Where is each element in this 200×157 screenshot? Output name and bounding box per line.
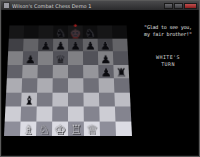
close-button[interactable] <box>184 3 197 9</box>
square-c8[interactable] <box>38 25 53 38</box>
piece-black-knight[interactable]: ♞ <box>83 27 98 39</box>
turn-indicator: WHITE'S TURN <box>135 54 200 68</box>
piece-white-king[interactable]: ♔ <box>52 123 68 137</box>
square-a6[interactable] <box>8 51 24 64</box>
square-b7[interactable] <box>23 38 38 51</box>
maximize-button[interactable] <box>174 3 183 9</box>
square-g4[interactable] <box>99 78 115 92</box>
app-icon <box>3 2 10 9</box>
side-panel: "Glad to see you, my fair brother!" WHIT… <box>135 10 200 155</box>
piece-black-pawn[interactable]: ♟ <box>23 53 38 66</box>
window-title: Wilson's Combat Chess Demo 1 <box>12 3 164 9</box>
piece-black-pawn[interactable]: ♟ <box>53 39 68 52</box>
square-d5[interactable] <box>53 65 68 79</box>
square-f2[interactable] <box>84 106 100 121</box>
square-d6[interactable]: ♛ <box>53 51 68 64</box>
square-a2[interactable] <box>5 106 21 121</box>
piece-white-bishop[interactable]: ♗ <box>20 123 36 137</box>
square-c3[interactable] <box>37 92 53 106</box>
square-d1[interactable]: ♔ <box>52 121 68 136</box>
square-b2[interactable] <box>21 106 37 121</box>
piece-black-pawn[interactable]: ♟ <box>98 53 113 66</box>
square-f7[interactable]: ♟ <box>83 38 98 51</box>
square-g3[interactable] <box>99 92 115 106</box>
square-a3[interactable] <box>5 92 21 106</box>
piece-white-knight[interactable]: ♘ <box>36 123 52 137</box>
piece-black-pawn[interactable]: ♟ <box>38 39 53 52</box>
square-g6[interactable]: ♟ <box>98 51 113 64</box>
square-c2[interactable] <box>36 106 52 121</box>
square-g2[interactable] <box>99 106 115 121</box>
turn-line-1: WHITE'S <box>135 54 200 61</box>
piece-black-pawn[interactable]: ♟ <box>98 66 114 79</box>
square-c1[interactable]: ♘ <box>36 121 52 136</box>
square-b4[interactable] <box>22 78 38 92</box>
piece-black-bishop[interactable]: ♝ <box>21 94 37 108</box>
piece-black-pawn[interactable]: ♟ <box>68 39 83 52</box>
square-a8[interactable] <box>9 25 24 38</box>
square-b3[interactable]: ♝ <box>21 92 37 106</box>
game-area: ♞♚✚♞♟♟♟♟♟♟♛♟♟♜♝♗♘♔♖♕ "Glad to see you, m… <box>2 10 198 155</box>
square-e2[interactable] <box>68 106 84 121</box>
minimize-button[interactable] <box>164 3 173 9</box>
app-window: Wilson's Combat Chess Demo 1 ♞♚✚♞♟♟♟♟♟♟♛… <box>0 0 200 157</box>
square-h7[interactable] <box>112 38 127 51</box>
square-h3[interactable] <box>114 92 130 106</box>
square-a7[interactable] <box>8 38 23 51</box>
square-e6[interactable] <box>68 51 83 64</box>
square-f1[interactable]: ♕ <box>84 121 100 136</box>
dialog-line-2: my fair brother!" <box>135 31 200 38</box>
square-c6[interactable] <box>38 51 53 64</box>
square-d8[interactable]: ♞ <box>53 25 68 38</box>
square-f6[interactable] <box>83 51 98 64</box>
square-e4[interactable] <box>68 78 83 92</box>
square-e3[interactable] <box>68 92 84 106</box>
square-b8[interactable] <box>24 25 39 38</box>
piece-black-pawn[interactable]: ♟ <box>83 39 98 52</box>
piece-black-knight[interactable]: ♞ <box>53 27 68 39</box>
square-a5[interactable] <box>7 65 23 79</box>
square-b1[interactable]: ♗ <box>20 121 36 136</box>
square-g7[interactable]: ♟ <box>98 38 113 51</box>
square-a4[interactable] <box>6 78 22 92</box>
square-c5[interactable] <box>37 65 52 79</box>
square-g1[interactable] <box>100 121 116 136</box>
piece-white-queen[interactable]: ♕ <box>84 123 100 137</box>
square-b5[interactable] <box>22 65 38 79</box>
square-c7[interactable]: ♟ <box>38 38 53 51</box>
piece-black-pawn[interactable]: ♟ <box>98 39 113 52</box>
square-d2[interactable] <box>52 106 68 121</box>
square-d3[interactable] <box>52 92 68 106</box>
opponent-dialog: "Glad to see you, my fair brother!" <box>135 24 200 38</box>
square-h6[interactable] <box>113 51 129 64</box>
square-d4[interactable] <box>53 78 68 92</box>
window-controls <box>164 3 197 9</box>
board-wrap: ♞♚✚♞♟♟♟♟♟♟♛♟♟♜♝♗♘♔♖♕ <box>4 12 134 140</box>
piece-black-king[interactable]: ♚✚ <box>68 27 83 39</box>
square-h1[interactable] <box>115 121 132 136</box>
piece-black-queen[interactable]: ♛ <box>53 53 68 66</box>
square-h2[interactable] <box>115 106 131 121</box>
turn-line-2: TURN <box>135 61 200 68</box>
square-f4[interactable] <box>83 78 99 92</box>
square-a1[interactable] <box>4 121 21 136</box>
screenshot-stage: Wilson's Combat Chess Demo 1 ♞♚✚♞♟♟♟♟♟♟♛… <box>0 0 200 157</box>
square-e8[interactable]: ♚✚ <box>68 25 83 38</box>
square-e1[interactable]: ♖ <box>68 121 84 136</box>
square-b6[interactable]: ♟ <box>23 51 38 64</box>
square-g5[interactable]: ♟ <box>98 65 114 79</box>
square-f3[interactable] <box>83 92 99 106</box>
king-danger-cross-icon: ✚ <box>68 23 83 27</box>
chess-board[interactable]: ♞♚✚♞♟♟♟♟♟♟♛♟♟♜♝♗♘♔♖♕ <box>4 25 132 136</box>
square-f8[interactable]: ♞ <box>83 25 98 38</box>
square-g8[interactable] <box>97 25 112 38</box>
piece-white-rook[interactable]: ♖ <box>68 123 84 137</box>
square-h5[interactable]: ♜ <box>113 65 129 79</box>
dialog-line-1: "Glad to see you, <box>135 24 200 31</box>
title-bar[interactable]: Wilson's Combat Chess Demo 1 <box>1 1 199 10</box>
square-h4[interactable] <box>114 78 130 92</box>
square-e7[interactable]: ♟ <box>68 38 83 51</box>
square-h8[interactable] <box>112 25 127 38</box>
square-d7[interactable]: ♟ <box>53 38 68 51</box>
square-c4[interactable] <box>37 78 53 92</box>
piece-black-rook[interactable]: ♜ <box>113 66 129 79</box>
square-f5[interactable] <box>83 65 98 79</box>
square-e5[interactable] <box>68 65 83 79</box>
